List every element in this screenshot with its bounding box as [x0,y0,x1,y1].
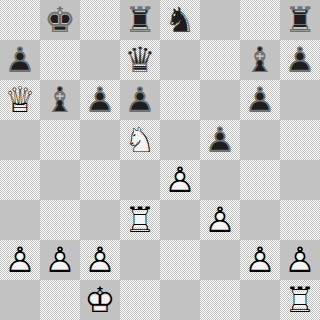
square-a7[interactable]: ♟♙ [0,40,40,80]
square-d3[interactable]: ♜♖ [120,200,160,240]
piece-black-queen-d7[interactable]: ♛♕ [120,40,160,80]
white-pawn-glyph-outline: ♙ [160,160,200,200]
square-e8[interactable]: ♞♘ [160,0,200,40]
square-a8[interactable] [0,0,40,40]
piece-black-bishop-g7[interactable]: ♝♗ [240,40,280,80]
square-f5[interactable]: ♟♙ [200,120,240,160]
chess-board: ♚♔♜♖♞♘♜♖♟♙♛♕♝♗♟♙♛♕♝♗♟♙♟♙♟♙♞♘♟♙♟♙♜♖♟♙♟♙♟♙… [0,0,320,320]
square-d6[interactable]: ♟♙ [120,80,160,120]
piece-white-pawn-h2[interactable]: ♟♙ [280,240,320,280]
square-c4[interactable] [80,160,120,200]
square-g2[interactable]: ♟♙ [240,240,280,280]
black-pawn-glyph-outline: ♙ [280,40,320,80]
black-pawn-glyph-outline: ♙ [120,80,160,120]
square-b7[interactable] [40,40,80,80]
white-king-glyph-outline: ♔ [80,280,120,320]
piece-white-pawn-g2[interactable]: ♟♙ [240,240,280,280]
square-a1[interactable] [0,280,40,320]
piece-white-knight-d5[interactable]: ♞♘ [120,120,160,160]
square-d5[interactable]: ♞♘ [120,120,160,160]
white-pawn-glyph-outline: ♙ [240,240,280,280]
square-e5[interactable] [160,120,200,160]
white-rook-glyph-outline: ♖ [120,200,160,240]
piece-black-pawn-c6[interactable]: ♟♙ [80,80,120,120]
square-h1[interactable]: ♜♖ [280,280,320,320]
square-h3[interactable] [280,200,320,240]
square-h7[interactable]: ♟♙ [280,40,320,80]
square-d4[interactable] [120,160,160,200]
square-f4[interactable] [200,160,240,200]
white-pawn-glyph-outline: ♙ [280,240,320,280]
black-pawn-glyph-outline: ♙ [0,40,40,80]
square-b4[interactable] [40,160,80,200]
black-bishop-glyph-outline: ♗ [240,40,280,80]
black-rook-glyph-outline: ♖ [280,0,320,40]
square-d8[interactable]: ♜♖ [120,0,160,40]
square-c5[interactable] [80,120,120,160]
piece-black-king-b8[interactable]: ♚♔ [40,0,80,40]
white-queen-glyph-outline: ♕ [0,80,40,120]
black-knight-glyph-outline: ♘ [160,0,200,40]
black-pawn-glyph-outline: ♙ [240,80,280,120]
square-f8[interactable] [200,0,240,40]
square-a5[interactable] [0,120,40,160]
square-g7[interactable]: ♝♗ [240,40,280,80]
square-c1[interactable]: ♚♔ [80,280,120,320]
square-h8[interactable]: ♜♖ [280,0,320,40]
square-e1[interactable] [160,280,200,320]
black-rook-glyph-outline: ♖ [120,0,160,40]
black-queen-glyph-outline: ♕ [120,40,160,80]
piece-white-king-c1[interactable]: ♚♔ [80,280,120,320]
square-h4[interactable] [280,160,320,200]
square-c8[interactable] [80,0,120,40]
square-g4[interactable] [240,160,280,200]
square-a4[interactable] [0,160,40,200]
square-a3[interactable] [0,200,40,240]
square-g3[interactable] [240,200,280,240]
piece-white-queen-a6[interactable]: ♛♕ [0,80,40,120]
square-h6[interactable] [280,80,320,120]
square-b6[interactable]: ♝♗ [40,80,80,120]
square-d2[interactable] [120,240,160,280]
black-pawn-glyph-outline: ♙ [80,80,120,120]
white-rook-glyph-outline: ♖ [280,280,320,320]
piece-black-rook-d8[interactable]: ♜♖ [120,0,160,40]
piece-white-pawn-c2[interactable]: ♟♙ [80,240,120,280]
piece-white-rook-h1[interactable]: ♜♖ [280,280,320,320]
square-c6[interactable]: ♟♙ [80,80,120,120]
piece-black-rook-h8[interactable]: ♜♖ [280,0,320,40]
piece-white-rook-d3[interactable]: ♜♖ [120,200,160,240]
white-pawn-glyph-outline: ♙ [0,240,40,280]
piece-black-pawn-g6[interactable]: ♟♙ [240,80,280,120]
square-a6[interactable]: ♛♕ [0,80,40,120]
piece-white-pawn-f3[interactable]: ♟♙ [200,200,240,240]
piece-white-pawn-b2[interactable]: ♟♙ [40,240,80,280]
square-b3[interactable] [40,200,80,240]
square-b1[interactable] [40,280,80,320]
square-g1[interactable] [240,280,280,320]
square-f7[interactable] [200,40,240,80]
square-h5[interactable] [280,120,320,160]
square-b2[interactable]: ♟♙ [40,240,80,280]
piece-black-knight-e8[interactable]: ♞♘ [160,0,200,40]
piece-white-pawn-a2[interactable]: ♟♙ [0,240,40,280]
square-c3[interactable] [80,200,120,240]
square-e6[interactable] [160,80,200,120]
piece-black-pawn-f5[interactable]: ♟♙ [200,120,240,160]
square-d7[interactable]: ♛♕ [120,40,160,80]
piece-black-pawn-a7[interactable]: ♟♙ [0,40,40,80]
piece-black-bishop-b6[interactable]: ♝♗ [40,80,80,120]
square-e7[interactable] [160,40,200,80]
square-e3[interactable] [160,200,200,240]
square-a2[interactable]: ♟♙ [0,240,40,280]
black-king-glyph-outline: ♔ [40,0,80,40]
square-d1[interactable] [120,280,160,320]
square-g6[interactable]: ♟♙ [240,80,280,120]
square-f1[interactable] [200,280,240,320]
square-f3[interactable]: ♟♙ [200,200,240,240]
white-pawn-glyph-outline: ♙ [40,240,80,280]
white-knight-glyph-outline: ♘ [120,120,160,160]
square-b5[interactable] [40,120,80,160]
square-h2[interactable]: ♟♙ [280,240,320,280]
square-c7[interactable] [80,40,120,80]
piece-black-pawn-h7[interactable]: ♟♙ [280,40,320,80]
black-bishop-glyph-outline: ♗ [40,80,80,120]
square-g8[interactable] [240,0,280,40]
square-e2[interactable] [160,240,200,280]
square-b8[interactable]: ♚♔ [40,0,80,40]
square-f6[interactable] [200,80,240,120]
piece-black-pawn-d6[interactable]: ♟♙ [120,80,160,120]
square-g5[interactable] [240,120,280,160]
white-pawn-glyph-outline: ♙ [200,200,240,240]
white-pawn-glyph-outline: ♙ [80,240,120,280]
square-f2[interactable] [200,240,240,280]
square-c2[interactable]: ♟♙ [80,240,120,280]
black-pawn-glyph-outline: ♙ [200,120,240,160]
square-e4[interactable]: ♟♙ [160,160,200,200]
piece-white-pawn-e4[interactable]: ♟♙ [160,160,200,200]
